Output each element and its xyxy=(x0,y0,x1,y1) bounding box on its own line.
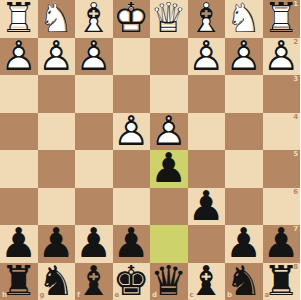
white-pawn: ♟♙ xyxy=(0,38,38,76)
square-e4[interactable]: ♟♙ xyxy=(113,113,151,151)
black-rook: ♜ xyxy=(263,263,301,300)
rank-label-2: 2 xyxy=(293,39,298,46)
square-g5[interactable] xyxy=(38,150,76,188)
square-d1[interactable]: ♛♕ xyxy=(150,0,188,38)
white-rook: ♜♖ xyxy=(263,0,301,38)
square-h8[interactable]: ♜h xyxy=(0,263,38,300)
rank-label-3: 3 xyxy=(293,76,298,83)
square-g7[interactable]: ♟ xyxy=(38,225,76,263)
white-bishop: ♝♗ xyxy=(75,0,113,38)
square-a6[interactable]: 6 xyxy=(263,188,301,226)
black-knight: ♞ xyxy=(38,263,76,300)
rank-label-8: 8 xyxy=(293,264,298,271)
square-d6[interactable] xyxy=(150,188,188,226)
file-label-c: c xyxy=(190,292,194,299)
square-f4[interactable] xyxy=(75,113,113,151)
white-king: ♚♔ xyxy=(113,0,151,38)
square-h7[interactable]: ♟ xyxy=(0,225,38,263)
square-e1[interactable]: ♚♔ xyxy=(113,0,151,38)
square-g2[interactable]: ♟♙ xyxy=(38,38,76,76)
square-d4[interactable]: ♟♙ xyxy=(150,113,188,151)
file-label-g: g xyxy=(40,292,45,299)
chess-board: ♜♖♞♘♝♗♚♔♛♕♝♗♞♘♜♖1♟♙♟♙♟♙♟♙♟♙♟♙23♟♙♟♙4♟5♟6… xyxy=(0,0,300,300)
square-d2[interactable] xyxy=(150,38,188,76)
square-b2[interactable]: ♟♙ xyxy=(225,38,263,76)
square-c6[interactable]: ♟ xyxy=(188,188,226,226)
black-pawn: ♟ xyxy=(0,225,38,263)
square-c7[interactable] xyxy=(188,225,226,263)
white-pawn: ♟♙ xyxy=(75,38,113,76)
square-a8[interactable]: ♜8a xyxy=(263,263,301,300)
black-rook: ♜ xyxy=(0,263,38,300)
square-h5[interactable] xyxy=(0,150,38,188)
black-queen: ♛ xyxy=(150,263,188,300)
file-label-h: h xyxy=(2,292,7,299)
square-f7[interactable]: ♟ xyxy=(75,225,113,263)
square-a2[interactable]: ♟♙2 xyxy=(263,38,301,76)
white-bishop: ♝♗ xyxy=(188,0,226,38)
square-f8[interactable]: ♝f xyxy=(75,263,113,300)
square-h4[interactable] xyxy=(0,113,38,151)
square-f6[interactable] xyxy=(75,188,113,226)
black-pawn: ♟ xyxy=(263,225,301,263)
square-b6[interactable] xyxy=(225,188,263,226)
square-e6[interactable] xyxy=(113,188,151,226)
rank-label-6: 6 xyxy=(293,189,298,196)
white-pawn: ♟♙ xyxy=(150,113,188,151)
black-pawn: ♟ xyxy=(150,150,188,188)
square-e8[interactable]: ♚e xyxy=(113,263,151,300)
file-label-f: f xyxy=(77,292,80,299)
white-pawn: ♟♙ xyxy=(225,38,263,76)
square-c2[interactable]: ♟♙ xyxy=(188,38,226,76)
black-bishop: ♝ xyxy=(188,263,226,300)
square-g1[interactable]: ♞♘ xyxy=(38,0,76,38)
white-knight: ♞♘ xyxy=(225,0,263,38)
black-pawn: ♟ xyxy=(225,225,263,263)
black-bishop: ♝ xyxy=(75,263,113,300)
file-label-e: e xyxy=(115,292,120,299)
black-pawn: ♟ xyxy=(75,225,113,263)
square-a7[interactable]: ♟7 xyxy=(263,225,301,263)
square-a1[interactable]: ♜♖1 xyxy=(263,0,301,38)
square-d8[interactable]: ♛d xyxy=(150,263,188,300)
square-e2[interactable] xyxy=(113,38,151,76)
square-b7[interactable]: ♟ xyxy=(225,225,263,263)
white-rook: ♜♖ xyxy=(0,0,38,38)
square-h2[interactable]: ♟♙ xyxy=(0,38,38,76)
square-e7[interactable]: ♟ xyxy=(113,225,151,263)
square-f5[interactable] xyxy=(75,150,113,188)
square-h1[interactable]: ♜♖ xyxy=(0,0,38,38)
black-pawn: ♟ xyxy=(113,225,151,263)
square-c3[interactable] xyxy=(188,75,226,113)
square-a5[interactable]: 5 xyxy=(263,150,301,188)
square-g6[interactable] xyxy=(38,188,76,226)
black-pawn: ♟ xyxy=(38,225,76,263)
square-h3[interactable] xyxy=(0,75,38,113)
square-b5[interactable] xyxy=(225,150,263,188)
black-knight: ♞ xyxy=(225,263,263,300)
square-a4[interactable]: 4 xyxy=(263,113,301,151)
white-pawn: ♟♙ xyxy=(38,38,76,76)
file-label-d: d xyxy=(152,292,157,299)
white-pawn: ♟♙ xyxy=(263,38,301,76)
square-f2[interactable]: ♟♙ xyxy=(75,38,113,76)
rank-label-4: 4 xyxy=(293,114,298,121)
rank-label-7: 7 xyxy=(293,226,298,233)
square-g4[interactable] xyxy=(38,113,76,151)
white-queen: ♛♕ xyxy=(150,0,188,38)
file-label-b: b xyxy=(227,292,232,299)
square-c5[interactable] xyxy=(188,150,226,188)
square-f1[interactable]: ♝♗ xyxy=(75,0,113,38)
square-f3[interactable] xyxy=(75,75,113,113)
square-d3[interactable] xyxy=(150,75,188,113)
square-e3[interactable] xyxy=(113,75,151,113)
black-pawn: ♟ xyxy=(188,188,226,226)
white-knight: ♞♘ xyxy=(38,0,76,38)
square-e5[interactable] xyxy=(113,150,151,188)
square-c1[interactable]: ♝♗ xyxy=(188,0,226,38)
square-d5[interactable]: ♟ xyxy=(150,150,188,188)
square-c8[interactable]: ♝c xyxy=(188,263,226,300)
square-b1[interactable]: ♞♘ xyxy=(225,0,263,38)
square-b8[interactable]: ♞b xyxy=(225,263,263,300)
square-g3[interactable] xyxy=(38,75,76,113)
white-pawn: ♟♙ xyxy=(188,38,226,76)
square-g8[interactable]: ♞g xyxy=(38,263,76,300)
square-b4[interactable] xyxy=(225,113,263,151)
file-label-a: a xyxy=(265,292,270,299)
square-h6[interactable] xyxy=(0,188,38,226)
white-pawn: ♟♙ xyxy=(113,113,151,151)
rank-label-5: 5 xyxy=(293,151,298,158)
square-d7[interactable] xyxy=(150,225,188,263)
square-c4[interactable] xyxy=(188,113,226,151)
black-king: ♚ xyxy=(113,263,151,300)
square-b3[interactable] xyxy=(225,75,263,113)
rank-label-1: 1 xyxy=(293,1,298,8)
square-a3[interactable]: 3 xyxy=(263,75,301,113)
